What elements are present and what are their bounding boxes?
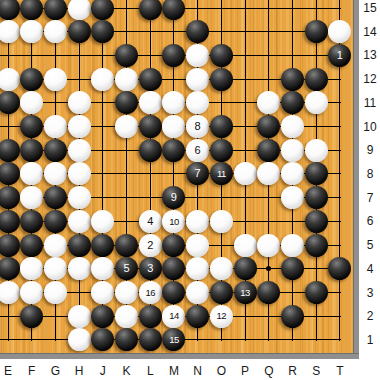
white-stone-G5 <box>44 234 67 257</box>
black-stone-S14 <box>305 20 328 43</box>
white-stone-H4 <box>68 257 91 280</box>
intersection-M15[interactable] <box>162 0 186 20</box>
col-label-S: S <box>306 363 326 379</box>
intersection-L11[interactable] <box>138 91 162 115</box>
black-stone-E8 <box>0 162 20 185</box>
intersection-P9[interactable] <box>233 138 257 162</box>
intersection-F13[interactable] <box>20 44 44 68</box>
intersection-Q14[interactable] <box>257 20 281 44</box>
intersection-H13[interactable] <box>67 44 91 68</box>
intersection-M6[interactable]: 10 <box>162 209 186 233</box>
intersection-J11[interactable] <box>91 91 115 115</box>
intersection-Q3[interactable] <box>257 281 281 305</box>
row-label-9: 9 <box>360 142 380 158</box>
black-stone-O3 <box>210 281 233 304</box>
intersection-Q5[interactable] <box>257 233 281 257</box>
black-stone-F10 <box>20 115 43 138</box>
intersection-K2[interactable] <box>115 304 139 328</box>
intersection-L14[interactable] <box>138 20 162 44</box>
intersection-E13[interactable] <box>0 44 20 68</box>
black-stone-J5 <box>91 234 114 257</box>
intersection-G9[interactable] <box>44 138 68 162</box>
intersection-L6[interactable]: 4 <box>138 209 162 233</box>
black-stone-Q3 <box>257 281 280 304</box>
intersection-J3[interactable] <box>91 281 115 305</box>
black-stone-M5 <box>162 234 185 257</box>
intersection-R13[interactable] <box>281 44 305 68</box>
black-stone-G9 <box>44 139 67 162</box>
intersection-E6[interactable] <box>0 209 20 233</box>
intersection-G3[interactable] <box>44 281 68 305</box>
white-stone-M2: 14 <box>162 305 185 328</box>
white-stone-S9 <box>305 139 328 162</box>
intersection-S11[interactable] <box>304 91 328 115</box>
intersection-G7[interactable] <box>44 186 68 210</box>
intersection-T10[interactable] <box>328 115 352 139</box>
intersection-E1[interactable] <box>0 328 20 352</box>
white-stone-P8 <box>234 162 257 185</box>
intersection-H2[interactable] <box>67 304 91 328</box>
black-stone-T4 <box>328 257 351 280</box>
white-stone-G4 <box>44 257 67 280</box>
col-label-Q: Q <box>259 363 279 379</box>
intersection-G10[interactable] <box>44 115 68 139</box>
intersection-Q2[interactable] <box>257 304 281 328</box>
intersection-J4[interactable] <box>91 257 115 281</box>
intersection-S13[interactable] <box>304 44 328 68</box>
intersection-E2[interactable] <box>0 304 20 328</box>
intersection-N10[interactable]: 8 <box>186 115 210 139</box>
intersection-M3[interactable] <box>162 281 186 305</box>
intersection-K12[interactable] <box>115 67 139 91</box>
intersection-S4[interactable] <box>304 257 328 281</box>
intersection-M1[interactable]: 15 <box>162 328 186 352</box>
intersection-H6[interactable] <box>67 209 91 233</box>
goban-grid[interactable]: 18671194102531613141215 <box>0 0 352 352</box>
intersection-J14[interactable] <box>91 20 115 44</box>
intersection-J7[interactable] <box>91 186 115 210</box>
intersection-Q12[interactable] <box>257 67 281 91</box>
black-stone-N14 <box>186 20 209 43</box>
intersection-Q1[interactable] <box>257 328 281 352</box>
black-stone-G7 <box>44 186 67 209</box>
intersection-L15[interactable] <box>138 0 162 20</box>
intersection-T11[interactable] <box>328 91 352 115</box>
white-stone-H11 <box>68 91 91 114</box>
intersection-R12[interactable] <box>281 67 305 91</box>
intersection-Q4[interactable] <box>257 257 281 281</box>
col-label-F: F <box>22 363 42 379</box>
intersection-N5[interactable] <box>186 233 210 257</box>
intersection-E7[interactable] <box>0 186 20 210</box>
intersection-J1[interactable] <box>91 328 115 352</box>
intersection-K8[interactable] <box>115 162 139 186</box>
intersection-L5[interactable]: 2 <box>138 233 162 257</box>
intersection-R7[interactable] <box>281 186 305 210</box>
intersection-J6[interactable] <box>91 209 115 233</box>
col-label-M: M <box>164 363 184 379</box>
intersection-S10[interactable] <box>304 115 328 139</box>
white-stone-R5 <box>281 234 304 257</box>
intersection-S6[interactable] <box>304 209 328 233</box>
black-stone-L9 <box>139 139 162 162</box>
intersection-L12[interactable] <box>138 67 162 91</box>
intersection-R8[interactable] <box>281 162 305 186</box>
intersection-O11[interactable] <box>209 91 233 115</box>
white-stone-O2: 12 <box>210 305 233 328</box>
intersection-G12[interactable] <box>44 67 68 91</box>
intersection-R3[interactable] <box>281 281 305 305</box>
white-stone-H7 <box>68 186 91 209</box>
intersection-N14[interactable] <box>186 20 210 44</box>
intersection-E5[interactable] <box>0 233 20 257</box>
white-stone-F7 <box>20 186 43 209</box>
black-stone-M13 <box>162 44 185 67</box>
move-number-8: 8 <box>195 121 201 132</box>
black-stone-S7 <box>305 186 328 209</box>
intersection-P3[interactable]: 13 <box>233 281 257 305</box>
intersection-O4[interactable] <box>209 257 233 281</box>
intersection-J13[interactable] <box>91 44 115 68</box>
intersection-P6[interactable] <box>233 209 257 233</box>
intersection-O10[interactable] <box>209 115 233 139</box>
intersection-R2[interactable] <box>281 304 305 328</box>
intersection-F2[interactable] <box>20 304 44 328</box>
white-stone-N11 <box>186 91 209 114</box>
intersection-L8[interactable] <box>138 162 162 186</box>
intersection-H8[interactable] <box>67 162 91 186</box>
intersection-N9[interactable]: 6 <box>186 138 210 162</box>
intersection-T6[interactable] <box>328 209 352 233</box>
intersection-F6[interactable] <box>20 209 44 233</box>
intersection-H3[interactable] <box>67 281 91 305</box>
intersection-S9[interactable] <box>304 138 328 162</box>
intersection-Q13[interactable] <box>257 44 281 68</box>
black-stone-F6 <box>20 210 43 233</box>
white-stone-N4 <box>186 257 209 280</box>
white-stone-S11 <box>305 91 328 114</box>
intersection-R11[interactable] <box>281 91 305 115</box>
intersection-L2[interactable] <box>138 304 162 328</box>
intersection-E4[interactable] <box>0 257 20 281</box>
black-stone-K11 <box>115 91 138 114</box>
intersection-H9[interactable] <box>67 138 91 162</box>
intersection-S14[interactable] <box>304 20 328 44</box>
white-stone-F4 <box>20 257 43 280</box>
intersection-J9[interactable] <box>91 138 115 162</box>
intersection-N3[interactable] <box>186 281 210 305</box>
intersection-S3[interactable] <box>304 281 328 305</box>
intersection-M11[interactable] <box>162 91 186 115</box>
intersection-T14[interactable] <box>328 20 352 44</box>
intersection-N2[interactable] <box>186 304 210 328</box>
intersection-L13[interactable] <box>138 44 162 68</box>
intersection-E3[interactable] <box>0 281 20 305</box>
white-stone-N10: 8 <box>186 115 209 138</box>
black-stone-O10 <box>210 115 233 138</box>
intersection-M2[interactable]: 14 <box>162 304 186 328</box>
col-label-N: N <box>188 363 208 379</box>
intersection-E14[interactable] <box>0 20 20 44</box>
intersection-M10[interactable] <box>162 115 186 139</box>
black-stone-L1 <box>139 328 162 351</box>
intersection-H11[interactable] <box>67 91 91 115</box>
intersection-H7[interactable] <box>67 186 91 210</box>
intersection-F14[interactable] <box>20 20 44 44</box>
white-stone-Q8 <box>257 162 280 185</box>
black-stone-S5 <box>305 234 328 257</box>
intersection-T3[interactable] <box>328 281 352 305</box>
intersection-P10[interactable] <box>233 115 257 139</box>
black-stone-K13 <box>115 44 138 67</box>
intersection-O1[interactable] <box>209 328 233 352</box>
intersection-Q10[interactable] <box>257 115 281 139</box>
row-label-13: 13 <box>360 47 380 63</box>
intersection-H4[interactable] <box>67 257 91 281</box>
intersection-J2[interactable] <box>91 304 115 328</box>
intersection-T1[interactable] <box>328 328 352 352</box>
intersection-J10[interactable] <box>91 115 115 139</box>
intersection-S8[interactable] <box>304 162 328 186</box>
intersection-E9[interactable] <box>0 138 20 162</box>
intersection-O2[interactable]: 12 <box>209 304 233 328</box>
white-stone-M6: 10 <box>162 210 185 233</box>
intersection-O3[interactable] <box>209 281 233 305</box>
row-label-10: 10 <box>360 119 380 135</box>
intersection-H14[interactable] <box>67 20 91 44</box>
intersection-M7[interactable]: 9 <box>162 186 186 210</box>
intersection-G15[interactable] <box>44 0 68 20</box>
intersection-T15[interactable] <box>328 0 352 20</box>
intersection-K11[interactable] <box>115 91 139 115</box>
intersection-M8[interactable] <box>162 162 186 186</box>
col-label-P: P <box>235 363 255 379</box>
intersection-G4[interactable] <box>44 257 68 281</box>
white-stone-E14 <box>0 20 20 43</box>
intersection-P12[interactable] <box>233 67 257 91</box>
move-number-14: 14 <box>169 311 179 321</box>
intersection-R6[interactable] <box>281 209 305 233</box>
intersection-L3[interactable]: 16 <box>138 281 162 305</box>
intersection-E15[interactable] <box>0 0 20 20</box>
intersection-J8[interactable] <box>91 162 115 186</box>
intersection-J12[interactable] <box>91 67 115 91</box>
intersection-T12[interactable] <box>328 67 352 91</box>
black-stone-F9 <box>20 139 43 162</box>
intersection-N12[interactable] <box>186 67 210 91</box>
intersection-R15[interactable] <box>281 0 305 20</box>
intersection-K6[interactable] <box>115 209 139 233</box>
black-stone-O13 <box>210 44 233 67</box>
intersection-T13[interactable]: 1 <box>328 44 352 68</box>
intersection-N8[interactable]: 7 <box>186 162 210 186</box>
intersection-L10[interactable] <box>138 115 162 139</box>
intersection-O7[interactable] <box>209 186 233 210</box>
intersection-O5[interactable] <box>209 233 233 257</box>
intersection-O8[interactable]: 11 <box>209 162 233 186</box>
intersection-H12[interactable] <box>67 67 91 91</box>
intersection-E12[interactable] <box>0 67 20 91</box>
white-stone-G12 <box>44 68 67 91</box>
black-stone-E4 <box>0 257 20 280</box>
intersection-N13[interactable] <box>186 44 210 68</box>
intersection-T5[interactable] <box>328 233 352 257</box>
intersection-F10[interactable] <box>20 115 44 139</box>
intersection-P4[interactable] <box>233 257 257 281</box>
board-edge-shadow-right <box>353 0 359 359</box>
white-stone-L6: 4 <box>139 210 162 233</box>
intersection-S2[interactable] <box>304 304 328 328</box>
intersection-S1[interactable] <box>304 328 328 352</box>
intersection-K7[interactable] <box>115 186 139 210</box>
intersection-O15[interactable] <box>209 0 233 20</box>
intersection-Q6[interactable] <box>257 209 281 233</box>
col-label-L: L <box>140 363 160 379</box>
intersection-K13[interactable] <box>115 44 139 68</box>
intersection-F4[interactable] <box>20 257 44 281</box>
intersection-T4[interactable] <box>328 257 352 281</box>
intersection-T2[interactable] <box>328 304 352 328</box>
intersection-K14[interactable] <box>115 20 139 44</box>
intersection-P5[interactable] <box>233 233 257 257</box>
intersection-N1[interactable] <box>186 328 210 352</box>
white-stone-N9: 6 <box>186 139 209 162</box>
intersection-F8[interactable] <box>20 162 44 186</box>
intersection-N4[interactable] <box>186 257 210 281</box>
black-stone-F12 <box>20 68 43 91</box>
intersection-F3[interactable] <box>20 281 44 305</box>
intersection-K9[interactable] <box>115 138 139 162</box>
white-stone-F3 <box>20 281 43 304</box>
intersection-F9[interactable] <box>20 138 44 162</box>
intersection-H1[interactable] <box>67 328 91 352</box>
intersection-P8[interactable] <box>233 162 257 186</box>
intersection-N7[interactable] <box>186 186 210 210</box>
intersection-M9[interactable] <box>162 138 186 162</box>
black-stone-E7 <box>0 186 20 209</box>
intersection-R5[interactable] <box>281 233 305 257</box>
intersection-Q9[interactable] <box>257 138 281 162</box>
intersection-K4[interactable]: 5 <box>115 257 139 281</box>
white-stone-H15 <box>68 0 91 20</box>
intersection-P1[interactable] <box>233 328 257 352</box>
intersection-M4[interactable] <box>162 257 186 281</box>
intersection-H15[interactable] <box>67 0 91 20</box>
intersection-F5[interactable] <box>20 233 44 257</box>
intersection-J15[interactable] <box>91 0 115 20</box>
intersection-M5[interactable] <box>162 233 186 257</box>
intersection-S5[interactable] <box>304 233 328 257</box>
black-stone-L2 <box>139 305 162 328</box>
intersection-F15[interactable] <box>20 0 44 20</box>
intersection-R14[interactable] <box>281 20 305 44</box>
move-number-9: 9 <box>171 192 177 203</box>
intersection-R1[interactable] <box>281 328 305 352</box>
intersection-E10[interactable] <box>0 115 20 139</box>
intersection-K3[interactable] <box>115 281 139 305</box>
intersection-S12[interactable] <box>304 67 328 91</box>
intersection-F7[interactable] <box>20 186 44 210</box>
intersection-K15[interactable] <box>115 0 139 20</box>
black-stone-N8: 7 <box>186 162 209 185</box>
intersection-M12[interactable] <box>162 67 186 91</box>
intersection-L1[interactable] <box>138 328 162 352</box>
intersection-P13[interactable] <box>233 44 257 68</box>
row-label-12: 12 <box>360 71 380 87</box>
intersection-G8[interactable] <box>44 162 68 186</box>
row-label-7: 7 <box>360 190 380 206</box>
row-label-4: 4 <box>360 261 380 277</box>
intersection-Q11[interactable] <box>257 91 281 115</box>
intersection-K5[interactable] <box>115 233 139 257</box>
intersection-E8[interactable] <box>0 162 20 186</box>
intersection-K1[interactable] <box>115 328 139 352</box>
intersection-P15[interactable] <box>233 0 257 20</box>
intersection-N15[interactable] <box>186 0 210 20</box>
intersection-G11[interactable] <box>44 91 68 115</box>
intersection-P7[interactable] <box>233 186 257 210</box>
intersection-O9[interactable] <box>209 138 233 162</box>
intersection-O6[interactable] <box>209 209 233 233</box>
intersection-P11[interactable] <box>233 91 257 115</box>
intersection-R4[interactable] <box>281 257 305 281</box>
intersection-G5[interactable] <box>44 233 68 257</box>
intersection-G6[interactable] <box>44 209 68 233</box>
intersection-Q8[interactable] <box>257 162 281 186</box>
intersection-G1[interactable] <box>44 328 68 352</box>
intersection-P14[interactable] <box>233 20 257 44</box>
intersection-O13[interactable] <box>209 44 233 68</box>
intersection-N11[interactable] <box>186 91 210 115</box>
intersection-R10[interactable] <box>281 115 305 139</box>
intersection-L4[interactable]: 3 <box>138 257 162 281</box>
intersection-F11[interactable] <box>20 91 44 115</box>
black-stone-M4 <box>162 257 185 280</box>
intersection-H10[interactable] <box>67 115 91 139</box>
intersection-S7[interactable] <box>304 186 328 210</box>
black-stone-R4 <box>281 257 304 280</box>
intersection-S15[interactable] <box>304 0 328 20</box>
intersection-Q15[interactable] <box>257 0 281 20</box>
intersection-T9[interactable] <box>328 138 352 162</box>
intersection-H5[interactable] <box>67 233 91 257</box>
intersection-O12[interactable] <box>209 67 233 91</box>
intersection-Q7[interactable] <box>257 186 281 210</box>
intersection-T8[interactable] <box>328 162 352 186</box>
intersection-J5[interactable] <box>91 233 115 257</box>
intersection-F1[interactable] <box>20 328 44 352</box>
intersection-G13[interactable] <box>44 44 68 68</box>
move-number-16: 16 <box>145 288 155 298</box>
black-stone-S3 <box>305 281 328 304</box>
white-stone-G8 <box>44 162 67 185</box>
intersection-L7[interactable] <box>138 186 162 210</box>
intersection-R9[interactable] <box>281 138 305 162</box>
intersection-P2[interactable] <box>233 304 257 328</box>
intersection-O14[interactable] <box>209 20 233 44</box>
intersection-F12[interactable] <box>20 67 44 91</box>
intersection-M13[interactable] <box>162 44 186 68</box>
intersection-G14[interactable] <box>44 20 68 44</box>
intersection-L9[interactable] <box>138 138 162 162</box>
intersection-M14[interactable] <box>162 20 186 44</box>
intersection-T7[interactable] <box>328 186 352 210</box>
intersection-N6[interactable] <box>186 209 210 233</box>
intersection-E11[interactable] <box>0 91 20 115</box>
move-number-4: 4 <box>147 216 153 227</box>
intersection-G2[interactable] <box>44 304 68 328</box>
intersection-K10[interactable] <box>115 115 139 139</box>
